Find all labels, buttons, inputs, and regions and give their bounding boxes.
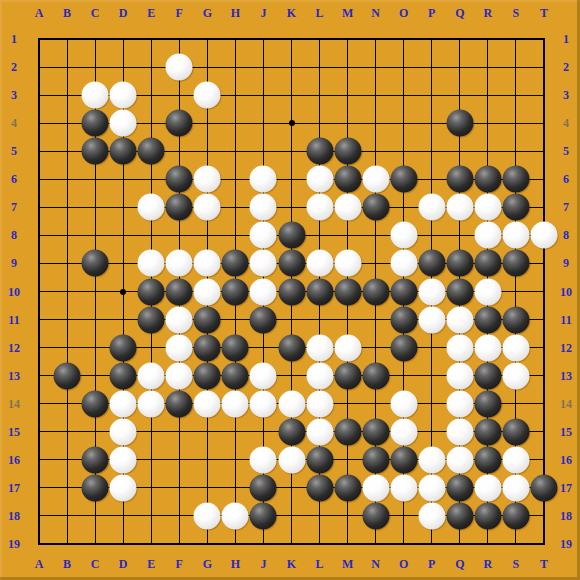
stone-black[interactable] <box>502 194 529 221</box>
column-label-top: S <box>513 7 520 19</box>
stone-white[interactable] <box>138 194 165 221</box>
stone-white[interactable] <box>446 306 473 333</box>
column-label-bottom: J <box>260 558 266 570</box>
stone-white[interactable] <box>250 446 277 473</box>
stone-white[interactable] <box>194 166 221 193</box>
stone-black[interactable] <box>278 418 305 445</box>
stone-black[interactable] <box>474 418 501 445</box>
column-label-bottom: H <box>231 558 240 570</box>
stone-black[interactable] <box>250 306 277 333</box>
stone-white[interactable] <box>138 390 165 417</box>
column-label-bottom: M <box>342 558 353 570</box>
column-label-bottom: P <box>428 558 435 570</box>
stone-white[interactable] <box>474 194 501 221</box>
column-label-bottom: R <box>484 558 493 570</box>
stone-white[interactable] <box>418 446 445 473</box>
stone-black[interactable] <box>362 502 389 529</box>
row-label-right: 7 <box>563 201 569 213</box>
stone-white[interactable] <box>418 278 445 305</box>
column-label-top: R <box>484 7 493 19</box>
stone-white[interactable] <box>194 278 221 305</box>
stone-black[interactable] <box>362 446 389 473</box>
row-label-left: 17 <box>8 482 20 494</box>
stone-black[interactable] <box>334 166 361 193</box>
stone-black[interactable] <box>502 418 529 445</box>
stone-white[interactable] <box>390 418 417 445</box>
column-label-top: N <box>371 7 380 19</box>
row-label-right: 13 <box>560 370 572 382</box>
stone-black[interactable] <box>502 306 529 333</box>
row-label-left: 1 <box>11 33 17 45</box>
stone-white[interactable] <box>166 362 193 389</box>
column-label-bottom: T <box>540 558 548 570</box>
stone-white[interactable] <box>390 250 417 277</box>
stone-white[interactable] <box>250 166 277 193</box>
stone-white[interactable] <box>194 82 221 109</box>
row-label-right: 8 <box>563 229 569 241</box>
row-label-right: 9 <box>563 257 569 269</box>
column-label-top: O <box>399 7 408 19</box>
stone-black[interactable] <box>390 306 417 333</box>
stone-black[interactable] <box>222 334 249 361</box>
stone-white[interactable] <box>194 194 221 221</box>
stone-black[interactable] <box>390 278 417 305</box>
stone-black[interactable] <box>110 334 137 361</box>
column-label-bottom: D <box>119 558 128 570</box>
row-label-right: 6 <box>563 173 569 185</box>
column-label-top: E <box>147 7 155 19</box>
row-label-right: 18 <box>560 510 572 522</box>
stone-black[interactable] <box>446 250 473 277</box>
stone-white[interactable] <box>250 194 277 221</box>
row-label-left: 10 <box>8 286 20 298</box>
stone-black[interactable] <box>278 250 305 277</box>
stone-white[interactable] <box>110 110 137 137</box>
stone-white[interactable] <box>446 334 473 361</box>
row-label-left: 18 <box>8 510 20 522</box>
column-label-bottom: G <box>203 558 212 570</box>
stone-white[interactable] <box>446 390 473 417</box>
stone-white[interactable] <box>502 474 529 501</box>
stone-black[interactable] <box>446 502 473 529</box>
column-label-top: J <box>260 7 266 19</box>
stone-black[interactable] <box>390 334 417 361</box>
stone-white[interactable] <box>390 222 417 249</box>
stone-black[interactable] <box>278 278 305 305</box>
stone-black[interactable] <box>222 250 249 277</box>
row-label-left: 13 <box>8 370 20 382</box>
stone-black[interactable] <box>334 418 361 445</box>
column-label-bottom: N <box>371 558 380 570</box>
stone-black[interactable] <box>82 250 109 277</box>
stone-white[interactable] <box>250 250 277 277</box>
stone-white[interactable] <box>418 306 445 333</box>
stone-black[interactable] <box>531 474 558 501</box>
stone-black[interactable] <box>474 502 501 529</box>
column-label-top: D <box>119 7 128 19</box>
stone-white[interactable] <box>222 390 249 417</box>
row-label-left: 6 <box>11 173 17 185</box>
stone-white[interactable] <box>278 446 305 473</box>
column-label-top: H <box>231 7 240 19</box>
stone-black[interactable] <box>278 222 305 249</box>
stone-white[interactable] <box>250 278 277 305</box>
stone-black[interactable] <box>334 278 361 305</box>
stone-white[interactable] <box>306 334 333 361</box>
row-label-right: 3 <box>563 89 569 101</box>
stone-black[interactable] <box>446 474 473 501</box>
stone-black[interactable] <box>390 446 417 473</box>
stone-black[interactable] <box>194 362 221 389</box>
stone-white[interactable] <box>446 194 473 221</box>
stone-white[interactable] <box>138 362 165 389</box>
stone-black[interactable] <box>362 362 389 389</box>
stone-black[interactable] <box>474 390 501 417</box>
stone-white[interactable] <box>250 222 277 249</box>
stone-black[interactable] <box>306 138 333 165</box>
stone-white[interactable] <box>418 502 445 529</box>
row-label-right: 19 <box>560 538 572 550</box>
stone-white[interactable] <box>306 194 333 221</box>
stone-black[interactable] <box>138 138 165 165</box>
column-label-bottom: L <box>316 558 324 570</box>
stone-white[interactable] <box>502 446 529 473</box>
stone-white[interactable] <box>250 362 277 389</box>
row-label-right: 15 <box>560 426 572 438</box>
stone-black[interactable] <box>390 166 417 193</box>
column-label-top: A <box>35 7 44 19</box>
stone-white[interactable] <box>390 474 417 501</box>
column-label-bottom: E <box>147 558 155 570</box>
stone-white[interactable] <box>110 474 137 501</box>
stone-white[interactable] <box>306 362 333 389</box>
stone-black[interactable] <box>334 362 361 389</box>
star-point <box>289 120 295 126</box>
row-label-right: 11 <box>560 314 571 326</box>
row-label-left: 8 <box>11 229 17 241</box>
column-label-bottom: F <box>176 558 183 570</box>
stone-white[interactable] <box>306 390 333 417</box>
stone-white[interactable] <box>474 278 501 305</box>
stone-white[interactable] <box>306 418 333 445</box>
stone-white[interactable] <box>474 334 501 361</box>
stone-black[interactable] <box>474 362 501 389</box>
stone-black[interactable] <box>362 278 389 305</box>
star-point <box>120 289 126 295</box>
stone-white[interactable] <box>222 502 249 529</box>
stone-black[interactable] <box>82 390 109 417</box>
stone-black[interactable] <box>82 446 109 473</box>
row-label-left: 12 <box>8 342 20 354</box>
column-label-bottom: Q <box>455 558 464 570</box>
stone-black[interactable] <box>194 306 221 333</box>
row-label-right: 2 <box>563 61 569 73</box>
row-label-left: 16 <box>8 454 20 466</box>
column-label-bottom: B <box>63 558 71 570</box>
column-label-bottom: O <box>399 558 408 570</box>
stone-white[interactable] <box>446 418 473 445</box>
stone-white[interactable] <box>362 166 389 193</box>
stone-white[interactable] <box>194 390 221 417</box>
stone-black[interactable] <box>82 138 109 165</box>
stone-black[interactable] <box>250 502 277 529</box>
row-label-right: 12 <box>560 342 572 354</box>
stone-black[interactable] <box>166 110 193 137</box>
column-label-bottom: A <box>35 558 44 570</box>
column-label-bottom: S <box>513 558 520 570</box>
stone-black[interactable] <box>362 418 389 445</box>
row-label-left: 9 <box>11 257 17 269</box>
column-label-top: G <box>203 7 212 19</box>
stone-black[interactable] <box>502 250 529 277</box>
stone-black[interactable] <box>110 138 137 165</box>
column-label-top: M <box>342 7 353 19</box>
stone-white[interactable] <box>306 166 333 193</box>
row-label-left: 4 <box>11 117 17 129</box>
stone-black[interactable] <box>474 166 501 193</box>
grid-line <box>543 38 545 545</box>
stone-black[interactable] <box>54 362 81 389</box>
stone-white[interactable] <box>110 418 137 445</box>
row-label-left: 3 <box>11 89 17 101</box>
stone-black[interactable] <box>82 474 109 501</box>
column-label-top: Q <box>455 7 464 19</box>
stone-white[interactable] <box>502 362 529 389</box>
column-label-bottom: C <box>91 558 100 570</box>
stone-black[interactable] <box>306 278 333 305</box>
column-label-top: F <box>176 7 183 19</box>
stone-white[interactable] <box>306 250 333 277</box>
stone-black[interactable] <box>334 138 361 165</box>
stone-black[interactable] <box>138 306 165 333</box>
row-label-left: 15 <box>8 426 20 438</box>
stone-white[interactable] <box>474 474 501 501</box>
stone-black[interactable] <box>446 166 473 193</box>
stone-white[interactable] <box>390 390 417 417</box>
stone-black[interactable] <box>334 474 361 501</box>
stone-white[interactable] <box>166 334 193 361</box>
column-label-top: K <box>287 7 296 19</box>
stone-white[interactable] <box>334 250 361 277</box>
row-label-right: 14 <box>560 398 572 410</box>
stone-black[interactable] <box>138 278 165 305</box>
stone-black[interactable] <box>306 446 333 473</box>
stone-white[interactable] <box>110 390 137 417</box>
column-label-top: C <box>91 7 100 19</box>
stone-black[interactable] <box>446 278 473 305</box>
grid-line <box>38 543 545 545</box>
stone-white[interactable] <box>194 250 221 277</box>
column-label-top: T <box>540 7 548 19</box>
stone-black[interactable] <box>502 502 529 529</box>
stone-white[interactable] <box>166 54 193 81</box>
row-label-right: 16 <box>560 454 572 466</box>
row-label-left: 14 <box>8 398 20 410</box>
stone-white[interactable] <box>446 446 473 473</box>
stone-black[interactable] <box>446 110 473 137</box>
stone-black[interactable] <box>502 166 529 193</box>
stone-white[interactable] <box>334 194 361 221</box>
stone-black[interactable] <box>250 474 277 501</box>
stone-black[interactable] <box>474 446 501 473</box>
stone-white[interactable] <box>278 390 305 417</box>
stone-black[interactable] <box>474 250 501 277</box>
row-label-right: 1 <box>563 33 569 45</box>
row-label-left: 19 <box>8 538 20 550</box>
stone-white[interactable] <box>110 446 137 473</box>
stone-black[interactable] <box>110 362 137 389</box>
stone-white[interactable] <box>82 82 109 109</box>
stone-white[interactable] <box>194 502 221 529</box>
row-label-right: 10 <box>560 286 572 298</box>
stone-white[interactable] <box>531 222 558 249</box>
stone-white[interactable] <box>166 306 193 333</box>
stone-white[interactable] <box>418 194 445 221</box>
row-label-left: 5 <box>11 145 17 157</box>
stone-black[interactable] <box>418 250 445 277</box>
stone-black[interactable] <box>166 278 193 305</box>
stone-black[interactable] <box>166 166 193 193</box>
stone-black[interactable] <box>362 194 389 221</box>
row-label-right: 4 <box>563 117 569 129</box>
go-board-app: AABBCCDDEEFFGGHHJJKKLLMMNNOOPPQQRRSSTT11… <box>0 0 580 580</box>
stone-black[interactable] <box>306 474 333 501</box>
stone-white[interactable] <box>110 82 137 109</box>
stone-white[interactable] <box>334 334 361 361</box>
row-label-left: 11 <box>8 314 19 326</box>
column-label-top: L <box>316 7 324 19</box>
stone-white[interactable] <box>502 222 529 249</box>
stone-black[interactable] <box>222 362 249 389</box>
row-label-right: 17 <box>560 482 572 494</box>
stone-white[interactable] <box>138 250 165 277</box>
row-label-left: 7 <box>11 201 17 213</box>
stone-black[interactable] <box>82 110 109 137</box>
row-label-left: 2 <box>11 61 17 73</box>
stone-black[interactable] <box>166 390 193 417</box>
stone-white[interactable] <box>418 474 445 501</box>
stone-white[interactable] <box>474 222 501 249</box>
stone-black[interactable] <box>278 334 305 361</box>
stone-black[interactable] <box>194 334 221 361</box>
column-label-top: P <box>428 7 435 19</box>
stone-white[interactable] <box>250 390 277 417</box>
stone-black[interactable] <box>166 194 193 221</box>
stone-black[interactable] <box>474 306 501 333</box>
column-label-top: B <box>63 7 71 19</box>
stone-white[interactable] <box>502 334 529 361</box>
row-label-right: 5 <box>563 145 569 157</box>
stone-white[interactable] <box>446 362 473 389</box>
column-label-bottom: K <box>287 558 296 570</box>
stone-black[interactable] <box>222 278 249 305</box>
stone-white[interactable] <box>362 474 389 501</box>
stone-white[interactable] <box>166 250 193 277</box>
